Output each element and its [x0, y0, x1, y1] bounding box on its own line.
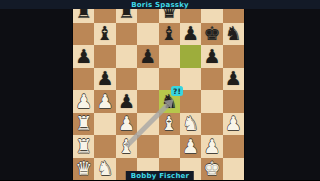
black-bishop-b7: ♝ [97, 24, 114, 43]
square-d4[interactable] [137, 90, 158, 113]
square-g2[interactable]: ♟ [201, 135, 222, 158]
white-knight-b1: ♞ [97, 159, 114, 178]
square-a5[interactable] [73, 68, 94, 91]
black-pawn-h5: ♟ [225, 69, 242, 88]
square-f5[interactable] [180, 68, 201, 91]
video-frame: ♜♜♛♝♝♟♚♞♟♟♟♟♟♟♟♟♞♜♟♝♞♟♜♝♟♟♛♞♚ ?! Boris S… [0, 0, 320, 180]
square-f4[interactable] [180, 90, 201, 113]
square-e7[interactable]: ♝ [159, 23, 180, 46]
square-h4[interactable] [223, 90, 244, 113]
white-knight-f3: ♞ [182, 114, 199, 133]
square-g1[interactable]: ♚ [201, 158, 222, 181]
black-pawn-g6: ♟ [203, 47, 220, 66]
square-b4[interactable]: ♟ [94, 90, 115, 113]
square-h6[interactable] [223, 45, 244, 68]
white-rook-a3: ♜ [75, 114, 92, 133]
white-pawn-f2: ♟ [182, 137, 199, 156]
square-a7[interactable] [73, 23, 94, 46]
square-g6[interactable]: ♟ [201, 45, 222, 68]
square-c4[interactable]: ♟ [116, 90, 137, 113]
white-king-g1: ♚ [203, 159, 220, 178]
square-b1[interactable]: ♞ [94, 158, 115, 181]
square-g4[interactable] [201, 90, 222, 113]
square-c3[interactable]: ♟ [116, 113, 137, 136]
square-e3[interactable]: ♝ [159, 113, 180, 136]
square-d3[interactable] [137, 113, 158, 136]
square-c6[interactable] [116, 45, 137, 68]
square-a6[interactable]: ♟ [73, 45, 94, 68]
player-name-bottom: Bobby Fischer [131, 172, 189, 180]
square-h7[interactable]: ♞ [223, 23, 244, 46]
white-pawn-g2: ♟ [203, 137, 220, 156]
black-pawn-d6: ♟ [139, 47, 156, 66]
top-player-banner: Boris Spassky [0, 0, 320, 9]
square-f7[interactable]: ♟ [180, 23, 201, 46]
square-a3[interactable]: ♜ [73, 113, 94, 136]
square-c5[interactable] [116, 68, 137, 91]
white-queen-a1: ♛ [75, 159, 92, 178]
square-g7[interactable]: ♚ [201, 23, 222, 46]
white-bishop-e3: ♝ [161, 114, 178, 133]
square-f3[interactable]: ♞ [180, 113, 201, 136]
square-g3[interactable] [201, 113, 222, 136]
square-h5[interactable]: ♟ [223, 68, 244, 91]
move-quality-badge: ?! [171, 86, 183, 96]
square-a2[interactable]: ♜ [73, 135, 94, 158]
white-pawn-b4: ♟ [97, 92, 114, 111]
chess-board[interactable]: ♜♜♛♝♝♟♚♞♟♟♟♟♟♟♟♟♞♜♟♝♞♟♜♝♟♟♛♞♚ [73, 0, 244, 180]
square-c7[interactable] [116, 23, 137, 46]
square-d6[interactable]: ♟ [137, 45, 158, 68]
square-h3[interactable]: ♟ [223, 113, 244, 136]
black-bishop-e7: ♝ [161, 24, 178, 43]
white-rook-a2: ♜ [75, 137, 92, 156]
square-d7[interactable] [137, 23, 158, 46]
square-b2[interactable] [94, 135, 115, 158]
square-d2[interactable] [137, 135, 158, 158]
square-a1[interactable]: ♛ [73, 158, 94, 181]
black-pawn-b5: ♟ [97, 69, 114, 88]
square-b7[interactable]: ♝ [94, 23, 115, 46]
square-h2[interactable] [223, 135, 244, 158]
black-pawn-f7: ♟ [182, 24, 199, 43]
white-pawn-h3: ♟ [225, 114, 242, 133]
square-b5[interactable]: ♟ [94, 68, 115, 91]
black-pawn-c4: ♟ [118, 92, 135, 111]
square-c2[interactable]: ♝ [116, 135, 137, 158]
square-e6[interactable] [159, 45, 180, 68]
square-a4[interactable]: ♟ [73, 90, 94, 113]
square-h1[interactable] [223, 158, 244, 181]
player-name-top: Boris Spassky [131, 1, 189, 9]
square-b6[interactable] [94, 45, 115, 68]
bottom-player-banner: Bobby Fischer [126, 171, 194, 180]
square-g5[interactable] [201, 68, 222, 91]
white-pawn-a4: ♟ [75, 92, 92, 111]
black-knight-h7: ♞ [225, 24, 242, 43]
square-f2[interactable]: ♟ [180, 135, 201, 158]
black-king-g7: ♚ [203, 24, 220, 43]
white-bishop-c2: ♝ [118, 137, 135, 156]
square-b3[interactable] [94, 113, 115, 136]
square-d5[interactable] [137, 68, 158, 91]
black-pawn-a6: ♟ [75, 47, 92, 66]
square-e2[interactable] [159, 135, 180, 158]
square-f6[interactable] [180, 45, 201, 68]
white-pawn-c3: ♟ [118, 114, 135, 133]
